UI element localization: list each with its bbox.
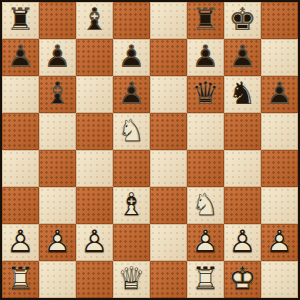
square-c6[interactable] bbox=[76, 76, 113, 113]
square-h6[interactable]: ♟♙ bbox=[261, 76, 298, 113]
square-f1[interactable]: ♜♖ bbox=[187, 261, 224, 298]
pawn-glyph-outline: ♙ bbox=[187, 39, 224, 76]
black-pawn-f7[interactable]: ♟♙ bbox=[187, 39, 224, 76]
bishop-glyph-outline: ♗ bbox=[76, 2, 113, 39]
knight-glyph-outline: ♘ bbox=[224, 76, 261, 113]
square-d5[interactable]: ♞♘ bbox=[113, 113, 150, 150]
square-e5[interactable] bbox=[150, 113, 187, 150]
queen-glyph-outline: ♕ bbox=[113, 261, 150, 298]
black-pawn-a7[interactable]: ♟♙ bbox=[2, 39, 39, 76]
square-d1[interactable]: ♛♕ bbox=[113, 261, 150, 298]
pawn-glyph-outline: ♙ bbox=[39, 39, 76, 76]
pawn-glyph-outline: ♙ bbox=[113, 39, 150, 76]
white-rook-f1[interactable]: ♜♖ bbox=[187, 261, 224, 298]
pawn-glyph-outline: ♙ bbox=[2, 224, 39, 261]
square-h4[interactable] bbox=[261, 150, 298, 187]
square-f5[interactable] bbox=[187, 113, 224, 150]
square-g5[interactable] bbox=[224, 113, 261, 150]
pawn-glyph-outline: ♙ bbox=[187, 224, 224, 261]
square-a8[interactable]: ♜♖ bbox=[2, 2, 39, 39]
square-e4[interactable] bbox=[150, 150, 187, 187]
black-pawn-d6[interactable]: ♟♙ bbox=[113, 76, 150, 113]
white-knight-d5[interactable]: ♞♘ bbox=[113, 113, 150, 150]
pawn-glyph-outline: ♙ bbox=[261, 224, 298, 261]
pawn-glyph-outline: ♙ bbox=[113, 76, 150, 113]
square-a3[interactable] bbox=[2, 187, 39, 224]
square-h7[interactable] bbox=[261, 39, 298, 76]
rook-glyph-outline: ♖ bbox=[2, 261, 39, 298]
square-f4[interactable] bbox=[187, 150, 224, 187]
black-pawn-g7[interactable]: ♟♙ bbox=[224, 39, 261, 76]
square-a1[interactable]: ♜♖ bbox=[2, 261, 39, 298]
square-e1[interactable] bbox=[150, 261, 187, 298]
pawn-glyph-outline: ♙ bbox=[261, 76, 298, 113]
chess-board: ♜♖♝♗♜♖♚♔♟♙♟♙♟♙♟♙♟♙♝♗♟♙♛♕♞♘♟♙♞♘♝♗♞♘♟♙♟♙♟♙… bbox=[0, 0, 300, 300]
square-d4[interactable] bbox=[113, 150, 150, 187]
square-f2[interactable]: ♟♙ bbox=[187, 224, 224, 261]
square-c7[interactable] bbox=[76, 39, 113, 76]
square-f8[interactable]: ♜♖ bbox=[187, 2, 224, 39]
white-pawn-g2[interactable]: ♟♙ bbox=[224, 224, 261, 261]
black-pawn-b7[interactable]: ♟♙ bbox=[39, 39, 76, 76]
square-c1[interactable] bbox=[76, 261, 113, 298]
square-b2[interactable]: ♟♙ bbox=[39, 224, 76, 261]
square-f7[interactable]: ♟♙ bbox=[187, 39, 224, 76]
black-rook-f8[interactable]: ♜♖ bbox=[187, 2, 224, 39]
square-c3[interactable] bbox=[76, 187, 113, 224]
square-b1[interactable] bbox=[39, 261, 76, 298]
rook-glyph-outline: ♖ bbox=[2, 2, 39, 39]
square-a2[interactable]: ♟♙ bbox=[2, 224, 39, 261]
square-g4[interactable] bbox=[224, 150, 261, 187]
square-g7[interactable]: ♟♙ bbox=[224, 39, 261, 76]
square-b4[interactable] bbox=[39, 150, 76, 187]
square-h5[interactable] bbox=[261, 113, 298, 150]
pawn-glyph-outline: ♙ bbox=[2, 39, 39, 76]
black-bishop-c8[interactable]: ♝♗ bbox=[76, 2, 113, 39]
square-h3[interactable] bbox=[261, 187, 298, 224]
king-glyph-outline: ♔ bbox=[224, 261, 261, 298]
square-b6[interactable]: ♝♗ bbox=[39, 76, 76, 113]
square-g3[interactable] bbox=[224, 187, 261, 224]
square-d2[interactable] bbox=[113, 224, 150, 261]
square-c2[interactable]: ♟♙ bbox=[76, 224, 113, 261]
square-a5[interactable] bbox=[2, 113, 39, 150]
white-pawn-h2[interactable]: ♟♙ bbox=[261, 224, 298, 261]
white-pawn-c2[interactable]: ♟♙ bbox=[76, 224, 113, 261]
black-bishop-b6[interactable]: ♝♗ bbox=[39, 76, 76, 113]
square-e7[interactable] bbox=[150, 39, 187, 76]
pawn-glyph-outline: ♙ bbox=[224, 39, 261, 76]
black-pawn-d7[interactable]: ♟♙ bbox=[113, 39, 150, 76]
square-a7[interactable]: ♟♙ bbox=[2, 39, 39, 76]
white-knight-f3[interactable]: ♞♘ bbox=[187, 187, 224, 224]
square-a6[interactable] bbox=[2, 76, 39, 113]
king-glyph-outline: ♔ bbox=[224, 2, 261, 39]
square-e8[interactable] bbox=[150, 2, 187, 39]
square-d7[interactable]: ♟♙ bbox=[113, 39, 150, 76]
queen-glyph-outline: ♕ bbox=[187, 76, 224, 113]
square-f6[interactable]: ♛♕ bbox=[187, 76, 224, 113]
bishop-glyph-outline: ♗ bbox=[113, 187, 150, 224]
square-f3[interactable]: ♞♘ bbox=[187, 187, 224, 224]
square-e6[interactable] bbox=[150, 76, 187, 113]
bishop-glyph-outline: ♗ bbox=[39, 76, 76, 113]
black-king-g8[interactable]: ♚♔ bbox=[224, 2, 261, 39]
pawn-glyph-outline: ♙ bbox=[76, 224, 113, 261]
knight-glyph-outline: ♘ bbox=[113, 113, 150, 150]
pawn-glyph-outline: ♙ bbox=[224, 224, 261, 261]
white-rook-a1[interactable]: ♜♖ bbox=[2, 261, 39, 298]
square-b8[interactable] bbox=[39, 2, 76, 39]
square-d6[interactable]: ♟♙ bbox=[113, 76, 150, 113]
square-e3[interactable] bbox=[150, 187, 187, 224]
square-e2[interactable] bbox=[150, 224, 187, 261]
square-b7[interactable]: ♟♙ bbox=[39, 39, 76, 76]
square-h1[interactable] bbox=[261, 261, 298, 298]
rook-glyph-outline: ♖ bbox=[187, 261, 224, 298]
black-queen-f6[interactable]: ♛♕ bbox=[187, 76, 224, 113]
square-d3[interactable]: ♝♗ bbox=[113, 187, 150, 224]
square-c5[interactable] bbox=[76, 113, 113, 150]
rook-glyph-outline: ♖ bbox=[187, 2, 224, 39]
square-g8[interactable]: ♚♔ bbox=[224, 2, 261, 39]
square-d8[interactable] bbox=[113, 2, 150, 39]
square-b5[interactable] bbox=[39, 113, 76, 150]
square-h2[interactable]: ♟♙ bbox=[261, 224, 298, 261]
square-b3[interactable] bbox=[39, 187, 76, 224]
square-g6[interactable]: ♞♘ bbox=[224, 76, 261, 113]
pawn-glyph-outline: ♙ bbox=[39, 224, 76, 261]
black-pawn-h6[interactable]: ♟♙ bbox=[261, 76, 298, 113]
white-queen-d1[interactable]: ♛♕ bbox=[113, 261, 150, 298]
white-pawn-f2[interactable]: ♟♙ bbox=[187, 224, 224, 261]
square-c4[interactable] bbox=[76, 150, 113, 187]
square-a4[interactable] bbox=[2, 150, 39, 187]
white-king-g1[interactable]: ♚♔ bbox=[224, 261, 261, 298]
square-c8[interactable]: ♝♗ bbox=[76, 2, 113, 39]
square-g1[interactable]: ♚♔ bbox=[224, 261, 261, 298]
square-h8[interactable] bbox=[261, 2, 298, 39]
white-pawn-b2[interactable]: ♟♙ bbox=[39, 224, 76, 261]
white-pawn-a2[interactable]: ♟♙ bbox=[2, 224, 39, 261]
black-rook-a8[interactable]: ♜♖ bbox=[2, 2, 39, 39]
square-g2[interactable]: ♟♙ bbox=[224, 224, 261, 261]
white-bishop-d3[interactable]: ♝♗ bbox=[113, 187, 150, 224]
black-knight-g6[interactable]: ♞♘ bbox=[224, 76, 261, 113]
knight-glyph-outline: ♘ bbox=[187, 187, 224, 224]
